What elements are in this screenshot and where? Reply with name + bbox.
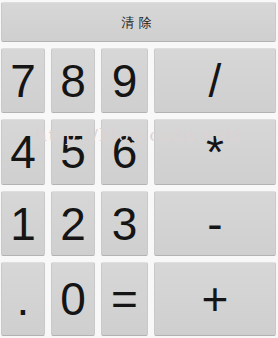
equals-key[interactable]: = <box>101 262 148 336</box>
divide-key[interactable]: / <box>154 48 276 113</box>
multiply-key[interactable]: * <box>154 119 276 185</box>
key-8[interactable]: 8 <box>51 48 95 113</box>
key-5[interactable]: 5 <box>51 119 95 185</box>
minus-key[interactable]: - <box>154 191 276 256</box>
key-0[interactable]: 0 <box>51 262 95 336</box>
key-1[interactable]: 1 <box>1 191 45 256</box>
key-4[interactable]: 4 <box>1 119 45 185</box>
clear-button[interactable]: 清除 <box>1 2 276 42</box>
decimal-key[interactable]: . <box>1 262 45 336</box>
key-2[interactable]: 2 <box>51 191 95 256</box>
key-3[interactable]: 3 <box>101 191 148 256</box>
plus-key[interactable]: + <box>154 262 276 336</box>
key-7[interactable]: 7 <box>1 48 45 113</box>
calculator-keypad: 清除 789/456*123-.0=+ <box>0 0 278 338</box>
key-6[interactable]: 6 <box>101 119 148 185</box>
key-9[interactable]: 9 <box>101 48 148 113</box>
